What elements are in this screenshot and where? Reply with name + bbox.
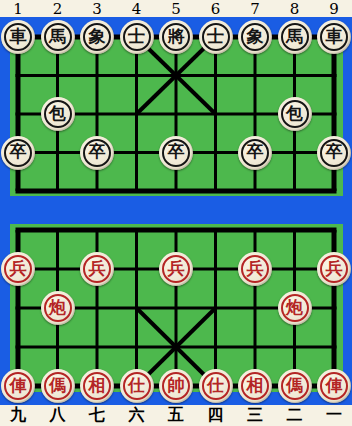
piece-black-elephant[interactable]: 象 bbox=[238, 20, 272, 54]
piece-glyph: 傌 bbox=[49, 377, 66, 394]
piece-black-cannon[interactable]: 包 bbox=[278, 97, 312, 131]
piece-black-soldier[interactable]: 卒 bbox=[159, 136, 193, 170]
file-label-bottom-1: 九 bbox=[7, 405, 29, 426]
piece-glyph: 包 bbox=[49, 105, 66, 122]
piece-black-chariot[interactable]: 車 bbox=[317, 20, 351, 54]
piece-red-soldier[interactable]: 兵 bbox=[317, 252, 351, 286]
piece-glyph: 象 bbox=[89, 28, 106, 45]
piece-glyph: 士 bbox=[207, 28, 224, 45]
piece-glyph: 士 bbox=[128, 28, 145, 45]
piece-glyph: 兵 bbox=[10, 260, 27, 277]
piece-glyph: 兵 bbox=[247, 260, 264, 277]
piece-red-general[interactable]: 帥 bbox=[159, 369, 193, 403]
piece-red-soldier[interactable]: 兵 bbox=[1, 252, 35, 286]
piece-red-chariot[interactable]: 俥 bbox=[317, 369, 351, 403]
piece-red-advisor[interactable]: 仕 bbox=[120, 369, 154, 403]
file-label-bottom-5: 五 bbox=[165, 405, 187, 426]
board-grid[interactable] bbox=[0, 0, 352, 426]
piece-red-advisor[interactable]: 仕 bbox=[199, 369, 233, 403]
piece-glyph: 傌 bbox=[286, 377, 303, 394]
piece-glyph: 兵 bbox=[326, 260, 343, 277]
piece-black-advisor[interactable]: 士 bbox=[120, 20, 154, 54]
piece-black-horse[interactable]: 馬 bbox=[41, 20, 75, 54]
piece-glyph: 炮 bbox=[49, 299, 66, 316]
file-label-top-6: 6 bbox=[205, 0, 227, 18]
file-label-top-8: 8 bbox=[284, 0, 306, 18]
piece-glyph: 包 bbox=[286, 105, 303, 122]
file-label-bottom-8: 二 bbox=[284, 405, 306, 426]
piece-glyph: 兵 bbox=[168, 260, 185, 277]
piece-black-chariot[interactable]: 車 bbox=[1, 20, 35, 54]
file-label-bottom-9: 一 bbox=[323, 405, 345, 426]
piece-glyph: 相 bbox=[89, 377, 106, 394]
piece-black-general[interactable]: 將 bbox=[159, 20, 193, 54]
piece-black-advisor[interactable]: 士 bbox=[199, 20, 233, 54]
piece-glyph: 將 bbox=[168, 28, 185, 45]
file-label-top-9: 9 bbox=[323, 0, 345, 18]
piece-glyph: 車 bbox=[326, 28, 343, 45]
piece-glyph: 卒 bbox=[168, 143, 185, 160]
piece-red-elephant[interactable]: 相 bbox=[80, 369, 114, 403]
piece-glyph: 相 bbox=[247, 377, 264, 394]
piece-glyph: 卒 bbox=[326, 143, 343, 160]
file-label-top-5: 5 bbox=[165, 0, 187, 18]
file-label-top-1: 1 bbox=[7, 0, 29, 18]
piece-glyph: 卒 bbox=[89, 143, 106, 160]
piece-red-horse[interactable]: 傌 bbox=[278, 369, 312, 403]
piece-black-elephant[interactable]: 象 bbox=[80, 20, 114, 54]
file-label-top-3: 3 bbox=[86, 0, 108, 18]
piece-red-elephant[interactable]: 相 bbox=[238, 369, 272, 403]
piece-glyph: 馬 bbox=[49, 28, 66, 45]
piece-glyph: 俥 bbox=[326, 377, 343, 394]
xiangqi-board[interactable]: 123456789 車馬象士將士象馬車包包卒卒卒卒卒兵兵兵兵兵炮炮俥傌相仕帥仕相… bbox=[0, 0, 352, 426]
piece-black-soldier[interactable]: 卒 bbox=[1, 136, 35, 170]
file-label-top-7: 7 bbox=[244, 0, 266, 18]
file-label-bottom-7: 三 bbox=[244, 405, 266, 426]
piece-black-soldier[interactable]: 卒 bbox=[238, 136, 272, 170]
piece-glyph: 炮 bbox=[286, 299, 303, 316]
piece-black-horse[interactable]: 馬 bbox=[278, 20, 312, 54]
file-labels-bottom: 九八七六五四三二一 bbox=[0, 405, 352, 426]
piece-glyph: 象 bbox=[247, 28, 264, 45]
piece-red-soldier[interactable]: 兵 bbox=[238, 252, 272, 286]
file-label-bottom-4: 六 bbox=[126, 405, 148, 426]
piece-glyph: 兵 bbox=[89, 260, 106, 277]
file-label-bottom-2: 八 bbox=[47, 405, 69, 426]
piece-glyph: 卒 bbox=[10, 143, 27, 160]
piece-red-cannon[interactable]: 炮 bbox=[278, 291, 312, 325]
piece-red-soldier[interactable]: 兵 bbox=[80, 252, 114, 286]
piece-glyph: 仕 bbox=[128, 377, 145, 394]
piece-red-soldier[interactable]: 兵 bbox=[159, 252, 193, 286]
file-label-bottom-6: 四 bbox=[205, 405, 227, 426]
piece-glyph: 帥 bbox=[168, 377, 185, 394]
piece-black-cannon[interactable]: 包 bbox=[41, 97, 75, 131]
file-labels-top: 123456789 bbox=[0, 0, 352, 17]
file-label-top-2: 2 bbox=[47, 0, 69, 18]
piece-glyph: 馬 bbox=[286, 28, 303, 45]
file-label-top-4: 4 bbox=[126, 0, 148, 18]
piece-red-chariot[interactable]: 俥 bbox=[1, 369, 35, 403]
file-label-bottom-3: 七 bbox=[86, 405, 108, 426]
piece-glyph: 仕 bbox=[207, 377, 224, 394]
piece-glyph: 俥 bbox=[10, 377, 27, 394]
piece-black-soldier[interactable]: 卒 bbox=[317, 136, 351, 170]
piece-black-soldier[interactable]: 卒 bbox=[80, 136, 114, 170]
piece-glyph: 卒 bbox=[247, 143, 264, 160]
piece-red-horse[interactable]: 傌 bbox=[41, 369, 75, 403]
piece-red-cannon[interactable]: 炮 bbox=[41, 291, 75, 325]
piece-glyph: 車 bbox=[10, 28, 27, 45]
